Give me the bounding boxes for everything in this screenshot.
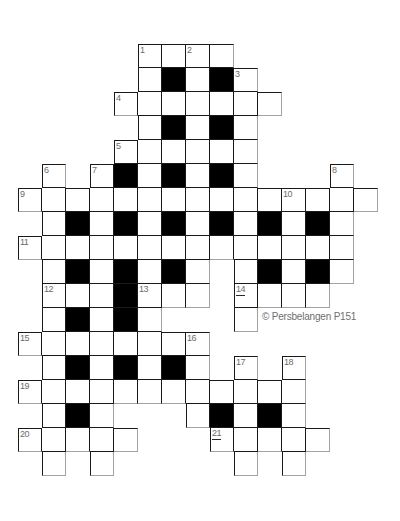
white-cell[interactable]	[66, 188, 90, 212]
white-cell[interactable]	[42, 452, 66, 476]
white-cell[interactable]	[138, 308, 162, 332]
white-cell[interactable]	[162, 332, 186, 356]
white-cell[interactable]	[162, 188, 186, 212]
white-cell[interactable]: 2	[186, 44, 210, 68]
black-cell	[162, 356, 186, 380]
white-cell[interactable]	[90, 380, 114, 404]
white-cell[interactable]	[114, 236, 138, 260]
white-cell[interactable]	[90, 404, 114, 428]
white-cell[interactable]	[114, 428, 138, 452]
white-cell[interactable]	[90, 212, 114, 236]
white-cell[interactable]: 1	[138, 44, 162, 68]
white-cell[interactable]	[282, 452, 306, 476]
black-cell	[114, 212, 138, 236]
black-cell	[210, 164, 234, 188]
white-cell[interactable]	[186, 404, 210, 428]
white-cell[interactable]	[186, 68, 210, 92]
white-cell[interactable]: 9	[18, 188, 42, 212]
clue-number: 8	[332, 166, 337, 175]
white-cell[interactable]	[90, 308, 114, 332]
white-cell[interactable]: 10	[282, 188, 306, 212]
white-cell[interactable]	[258, 284, 282, 308]
clue-number: 9	[20, 190, 25, 199]
black-cell	[210, 68, 234, 92]
black-cell	[258, 212, 282, 236]
white-cell[interactable]	[66, 236, 90, 260]
black-cell	[162, 260, 186, 284]
white-cell[interactable]	[258, 236, 282, 260]
white-cell[interactable]	[306, 188, 330, 212]
white-cell[interactable]	[234, 140, 258, 164]
clue-number: 10	[283, 190, 292, 199]
clue-number: 20	[20, 430, 29, 439]
white-cell[interactable]: 6	[42, 164, 66, 188]
white-cell[interactable]	[90, 236, 114, 260]
white-cell[interactable]	[234, 452, 258, 476]
white-cell[interactable]	[282, 236, 306, 260]
white-cell[interactable]	[234, 260, 258, 284]
clue-number: 7	[92, 166, 97, 175]
white-cell[interactable]	[90, 452, 114, 476]
clue-number: 19	[20, 382, 29, 391]
white-cell[interactable]	[282, 404, 306, 428]
black-cell	[306, 212, 330, 236]
white-cell[interactable]	[282, 284, 306, 308]
clue-number: 21	[212, 429, 221, 440]
clue-number: 5	[116, 142, 121, 151]
white-cell[interactable]	[138, 332, 162, 356]
white-cell[interactable]	[186, 164, 210, 188]
black-cell	[114, 164, 138, 188]
white-cell[interactable]	[162, 380, 186, 404]
white-cell[interactable]	[90, 284, 114, 308]
black-cell	[210, 116, 234, 140]
white-cell[interactable]	[42, 308, 66, 332]
white-cell[interactable]	[42, 212, 66, 236]
white-cell[interactable]	[354, 188, 378, 212]
white-cell[interactable]	[234, 236, 258, 260]
white-cell[interactable]	[138, 164, 162, 188]
black-cell	[162, 164, 186, 188]
copyright: © Persbelangen P151	[262, 311, 356, 322]
white-cell[interactable]	[42, 236, 66, 260]
black-cell	[306, 260, 330, 284]
white-cell[interactable]	[138, 188, 162, 212]
white-cell[interactable]	[186, 284, 210, 308]
white-cell[interactable]	[234, 308, 258, 332]
white-cell[interactable]	[90, 356, 114, 380]
white-cell[interactable]	[234, 116, 258, 140]
clue-number: 15	[20, 334, 29, 343]
white-cell[interactable]	[210, 92, 234, 116]
white-cell[interactable]	[186, 356, 210, 380]
white-cell[interactable]	[138, 380, 162, 404]
crossword-grid: 123456789101112131415161718192021	[18, 44, 378, 476]
white-cell[interactable]	[234, 428, 258, 452]
white-cell[interactable]	[42, 332, 66, 356]
black-cell	[66, 404, 90, 428]
white-cell[interactable]	[186, 212, 210, 236]
white-cell[interactable]	[186, 140, 210, 164]
white-cell[interactable]	[234, 164, 258, 188]
white-cell[interactable]	[330, 212, 354, 236]
white-cell[interactable]	[90, 428, 114, 452]
white-cell[interactable]	[138, 92, 162, 116]
white-cell[interactable]	[234, 92, 258, 116]
white-cell[interactable]	[210, 236, 234, 260]
white-cell[interactable]	[138, 212, 162, 236]
white-cell[interactable]	[282, 380, 306, 404]
black-cell	[114, 356, 138, 380]
white-cell[interactable]	[162, 92, 186, 116]
white-cell[interactable]	[306, 428, 330, 452]
white-cell[interactable]	[234, 380, 258, 404]
white-cell[interactable]: 19	[18, 380, 42, 404]
white-cell[interactable]	[186, 260, 210, 284]
black-cell	[66, 308, 90, 332]
white-cell[interactable]	[66, 332, 90, 356]
white-cell[interactable]	[42, 428, 66, 452]
white-cell[interactable]	[114, 332, 138, 356]
white-cell[interactable]	[282, 260, 306, 284]
white-cell[interactable]	[138, 356, 162, 380]
white-cell[interactable]	[210, 140, 234, 164]
clue-number: 16	[187, 334, 196, 343]
white-cell[interactable]: 12	[42, 284, 66, 308]
white-cell[interactable]	[234, 212, 258, 236]
white-cell[interactable]	[114, 188, 138, 212]
white-cell[interactable]	[90, 188, 114, 212]
clue-number: 14	[236, 285, 245, 296]
white-cell[interactable]: 8	[330, 164, 354, 188]
white-cell[interactable]: 17	[234, 356, 258, 380]
white-cell[interactable]	[90, 260, 114, 284]
white-cell[interactable]	[210, 380, 234, 404]
black-cell	[66, 212, 90, 236]
white-cell[interactable]	[42, 404, 66, 428]
white-cell[interactable]	[114, 380, 138, 404]
white-cell[interactable]	[258, 188, 282, 212]
black-cell	[162, 116, 186, 140]
clue-number: 17	[236, 358, 245, 367]
clue-number: 18	[284, 358, 293, 367]
white-cell[interactable]	[42, 380, 66, 404]
white-cell[interactable]: 15	[18, 332, 42, 356]
white-cell[interactable]	[66, 428, 90, 452]
white-cell[interactable]	[234, 404, 258, 428]
white-cell[interactable]	[186, 116, 210, 140]
white-cell[interactable]	[306, 284, 330, 308]
white-cell[interactable]: 3	[234, 68, 258, 92]
white-cell[interactable]	[282, 428, 306, 452]
white-cell[interactable]	[138, 140, 162, 164]
white-cell[interactable]	[42, 260, 66, 284]
white-cell[interactable]	[282, 212, 306, 236]
white-cell[interactable]	[42, 188, 66, 212]
white-cell[interactable]	[258, 428, 282, 452]
white-cell[interactable]: 11	[18, 236, 42, 260]
white-cell[interactable]	[210, 188, 234, 212]
black-cell	[66, 356, 90, 380]
white-cell[interactable]: 7	[90, 164, 114, 188]
clue-number: 3	[235, 70, 240, 79]
black-cell	[258, 404, 282, 428]
white-cell[interactable]	[330, 236, 354, 260]
black-cell	[66, 260, 90, 284]
white-cell[interactable]	[42, 356, 66, 380]
black-cell	[114, 284, 138, 308]
white-cell[interactable]	[186, 188, 210, 212]
white-cell[interactable]: 16	[186, 332, 210, 356]
white-cell[interactable]	[90, 332, 114, 356]
clue-number: 4	[116, 94, 121, 103]
white-cell[interactable]	[186, 380, 210, 404]
white-cell[interactable]	[234, 188, 258, 212]
black-cell	[210, 404, 234, 428]
white-cell[interactable]: 18	[282, 356, 306, 380]
white-cell[interactable]	[138, 68, 162, 92]
black-cell	[162, 68, 186, 92]
white-cell[interactable]: 5	[114, 140, 138, 164]
clue-number: 1	[140, 46, 145, 55]
white-cell[interactable]	[186, 92, 210, 116]
white-cell[interactable]	[162, 44, 186, 68]
white-cell[interactable]	[162, 140, 186, 164]
black-cell	[114, 260, 138, 284]
white-cell[interactable]	[258, 380, 282, 404]
white-cell[interactable]: 14	[234, 284, 258, 308]
white-cell[interactable]	[66, 284, 90, 308]
white-cell[interactable]: 4	[114, 92, 138, 116]
black-cell	[114, 308, 138, 332]
white-cell[interactable]: 13	[138, 284, 162, 308]
white-cell[interactable]	[138, 236, 162, 260]
clue-number: 11	[20, 238, 28, 247]
white-cell[interactable]	[186, 236, 210, 260]
black-cell	[258, 260, 282, 284]
crossword-page: 123456789101112131415161718192021 © Pers…	[0, 0, 400, 521]
white-cell[interactable]	[138, 260, 162, 284]
white-cell[interactable]	[66, 380, 90, 404]
white-cell[interactable]	[306, 236, 330, 260]
white-cell[interactable]	[210, 44, 234, 68]
white-cell[interactable]: 21	[210, 428, 234, 452]
white-cell[interactable]: 20	[18, 428, 42, 452]
white-cell[interactable]	[258, 92, 282, 116]
black-cell	[210, 212, 234, 236]
white-cell[interactable]	[330, 188, 354, 212]
black-cell	[162, 212, 186, 236]
clue-number: 12	[44, 285, 53, 294]
white-cell[interactable]	[138, 116, 162, 140]
white-cell[interactable]	[162, 236, 186, 260]
clue-number: 6	[44, 166, 49, 175]
white-cell[interactable]	[330, 260, 354, 284]
clue-number: 2	[187, 46, 192, 55]
clue-number: 13	[139, 285, 148, 294]
white-cell[interactable]	[162, 284, 186, 308]
